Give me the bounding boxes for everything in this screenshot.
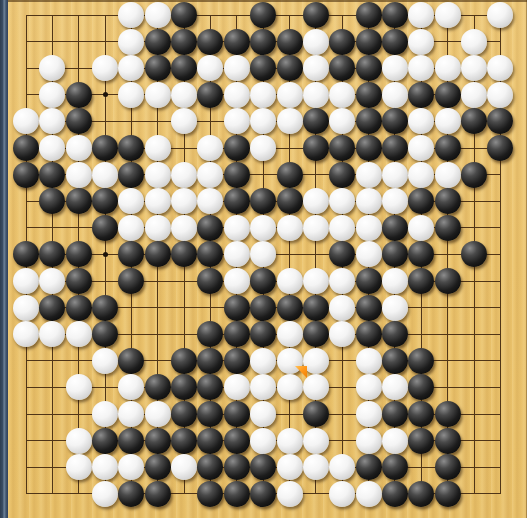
black-stone [171,348,197,374]
white-stone [356,348,382,374]
black-stone [408,481,434,507]
white-stone [382,55,408,81]
white-stone [250,241,276,267]
black-stone [197,241,223,267]
white-stone [39,135,65,161]
white-stone [197,188,223,214]
white-stone [303,55,329,81]
white-stone [171,188,197,214]
white-stone [13,268,39,294]
white-stone [92,348,118,374]
white-stone [277,268,303,294]
black-stone [224,162,250,188]
black-stone [356,29,382,55]
black-stone [224,188,250,214]
black-stone [435,401,461,427]
black-stone [197,454,223,480]
white-stone [250,428,276,454]
white-stone [13,321,39,347]
black-stone [303,401,329,427]
white-stone [250,135,276,161]
white-stone [461,55,487,81]
white-stone [118,55,144,81]
white-stone [408,55,434,81]
black-stone [197,401,223,427]
black-stone [329,29,355,55]
white-stone [224,55,250,81]
black-stone [303,295,329,321]
black-stone [92,295,118,321]
black-stone [356,295,382,321]
black-stone [145,428,171,454]
black-stone [435,481,461,507]
black-stone [250,55,276,81]
black-stone [145,374,171,400]
black-stone [382,215,408,241]
black-stone [250,2,276,28]
black-stone [382,454,408,480]
white-stone [303,215,329,241]
black-stone [382,135,408,161]
white-stone [224,82,250,108]
white-stone [66,454,92,480]
white-stone [145,401,171,427]
white-stone [118,454,144,480]
white-stone [197,135,223,161]
white-stone [487,2,513,28]
white-stone [277,215,303,241]
black-stone [382,481,408,507]
black-stone [435,188,461,214]
black-stone [277,188,303,214]
white-stone [382,188,408,214]
black-stone [277,162,303,188]
black-stone [118,481,144,507]
white-stone [92,481,118,507]
black-stone [13,135,39,161]
black-stone [250,268,276,294]
black-stone [197,481,223,507]
white-stone [197,55,223,81]
white-stone [171,215,197,241]
black-stone [356,2,382,28]
black-stone [435,428,461,454]
white-stone [145,162,171,188]
black-stone [39,295,65,321]
white-stone [92,401,118,427]
white-stone [329,82,355,108]
white-stone [356,374,382,400]
go-app-screenshot [0,0,527,518]
black-stone [356,82,382,108]
white-stone [356,481,382,507]
black-stone [66,188,92,214]
star-point [103,92,108,97]
white-stone [92,55,118,81]
white-stone [408,108,434,134]
black-stone [250,481,276,507]
black-stone [118,135,144,161]
black-stone [382,29,408,55]
go-board[interactable] [8,0,527,518]
white-stone [277,82,303,108]
black-stone [303,2,329,28]
black-stone [408,82,434,108]
white-stone [277,348,303,374]
white-stone [329,321,355,347]
black-stone [118,241,144,267]
white-stone [66,162,92,188]
white-stone [461,82,487,108]
black-stone [224,321,250,347]
white-stone [171,108,197,134]
black-stone [329,241,355,267]
white-stone [435,2,461,28]
black-stone [277,29,303,55]
black-stone [435,135,461,161]
white-stone [171,162,197,188]
black-stone [92,321,118,347]
white-stone [39,55,65,81]
black-stone [66,241,92,267]
white-stone [356,215,382,241]
black-stone [461,241,487,267]
white-stone [356,401,382,427]
white-stone [408,2,434,28]
white-stone [382,295,408,321]
white-stone [329,454,355,480]
white-stone [303,454,329,480]
black-stone [382,2,408,28]
white-stone [408,215,434,241]
black-stone [250,321,276,347]
black-stone [39,162,65,188]
white-stone [118,374,144,400]
white-stone [487,55,513,81]
black-stone [303,108,329,134]
white-stone [303,82,329,108]
black-stone [303,321,329,347]
white-stone [145,188,171,214]
white-stone [250,82,276,108]
black-stone [356,108,382,134]
white-stone [356,428,382,454]
black-stone [435,82,461,108]
black-stone [329,135,355,161]
black-stone [118,348,144,374]
black-stone [145,481,171,507]
white-stone [329,108,355,134]
black-stone [197,215,223,241]
black-stone [171,2,197,28]
black-stone [171,374,197,400]
white-stone [250,374,276,400]
white-stone [13,295,39,321]
black-stone [224,454,250,480]
black-stone [408,374,434,400]
black-stone [224,135,250,161]
black-stone [356,321,382,347]
white-stone [66,135,92,161]
black-stone [145,55,171,81]
white-stone [487,82,513,108]
black-stone [197,374,223,400]
black-stone [66,82,92,108]
white-stone [224,108,250,134]
white-stone [303,428,329,454]
black-stone [435,215,461,241]
white-stone [92,454,118,480]
black-stone [435,268,461,294]
black-stone [487,108,513,134]
window-edge-strip [0,0,8,518]
white-stone [250,401,276,427]
white-stone [171,82,197,108]
white-stone [145,2,171,28]
white-stone [356,241,382,267]
black-stone [224,481,250,507]
white-stone [250,215,276,241]
white-stone [145,82,171,108]
black-stone [382,348,408,374]
white-stone [303,29,329,55]
black-stone [303,135,329,161]
black-stone [13,162,39,188]
white-stone [92,162,118,188]
black-stone [382,321,408,347]
black-stone [224,428,250,454]
white-stone [66,374,92,400]
black-stone [197,268,223,294]
white-stone [382,162,408,188]
white-stone [277,428,303,454]
white-stone [118,2,144,28]
black-stone [224,295,250,321]
white-stone [118,215,144,241]
white-stone [329,215,355,241]
white-stone [382,428,408,454]
black-stone [171,401,197,427]
white-stone [277,374,303,400]
white-stone [329,268,355,294]
white-stone [356,188,382,214]
black-stone [408,401,434,427]
black-stone [118,428,144,454]
star-point [103,252,108,257]
black-stone [171,55,197,81]
white-stone [39,108,65,134]
white-stone [13,108,39,134]
white-stone [224,215,250,241]
white-stone [435,55,461,81]
white-stone [277,321,303,347]
black-stone [356,454,382,480]
white-stone [250,348,276,374]
white-stone [277,108,303,134]
black-stone [408,348,434,374]
black-stone [145,454,171,480]
white-stone [171,454,197,480]
white-stone [382,374,408,400]
white-stone [145,215,171,241]
white-stone [39,82,65,108]
white-stone [39,268,65,294]
black-stone [277,295,303,321]
black-stone [92,428,118,454]
white-stone [66,321,92,347]
black-stone [118,268,144,294]
white-stone [329,481,355,507]
black-stone [197,82,223,108]
black-stone [92,215,118,241]
black-stone [224,348,250,374]
black-stone [13,241,39,267]
black-stone [171,29,197,55]
black-stone [197,321,223,347]
white-stone [197,162,223,188]
black-stone [461,162,487,188]
white-stone [277,454,303,480]
black-stone [66,295,92,321]
black-stone [39,241,65,267]
black-stone [408,188,434,214]
black-stone [277,55,303,81]
black-stone [382,108,408,134]
black-stone [408,268,434,294]
white-stone [118,401,144,427]
black-stone [224,29,250,55]
black-stone [92,188,118,214]
black-stone [145,29,171,55]
black-stone [461,108,487,134]
white-stone [303,268,329,294]
black-stone [197,29,223,55]
white-stone [408,135,434,161]
white-stone [224,241,250,267]
white-stone [39,321,65,347]
white-stone [224,268,250,294]
black-stone [356,135,382,161]
black-stone [382,241,408,267]
white-stone [118,82,144,108]
white-stone [277,481,303,507]
white-stone [382,82,408,108]
white-stone [66,428,92,454]
white-stone [118,29,144,55]
white-stone [303,188,329,214]
black-stone [487,135,513,161]
white-stone [408,29,434,55]
white-stone [461,29,487,55]
white-stone [224,374,250,400]
white-stone [356,162,382,188]
black-stone [250,454,276,480]
black-stone [171,241,197,267]
black-stone [408,428,434,454]
black-stone [408,241,434,267]
black-stone [329,55,355,81]
black-stone [39,188,65,214]
black-stone [66,268,92,294]
white-stone [118,188,144,214]
black-stone [356,268,382,294]
white-stone [250,108,276,134]
black-stone [224,401,250,427]
black-stone [435,454,461,480]
black-stone [250,29,276,55]
black-stone [250,295,276,321]
black-stone [92,135,118,161]
white-stone [408,162,434,188]
black-stone [356,55,382,81]
black-stone [145,241,171,267]
white-stone [145,135,171,161]
black-stone [197,428,223,454]
white-stone [329,188,355,214]
black-stone [197,348,223,374]
black-stone [382,401,408,427]
white-stone [382,268,408,294]
black-stone [329,162,355,188]
white-stone [435,108,461,134]
black-stone [250,188,276,214]
white-stone [303,374,329,400]
white-stone [435,162,461,188]
black-stone [66,108,92,134]
white-stone [329,295,355,321]
black-stone [118,162,144,188]
black-stone [171,428,197,454]
